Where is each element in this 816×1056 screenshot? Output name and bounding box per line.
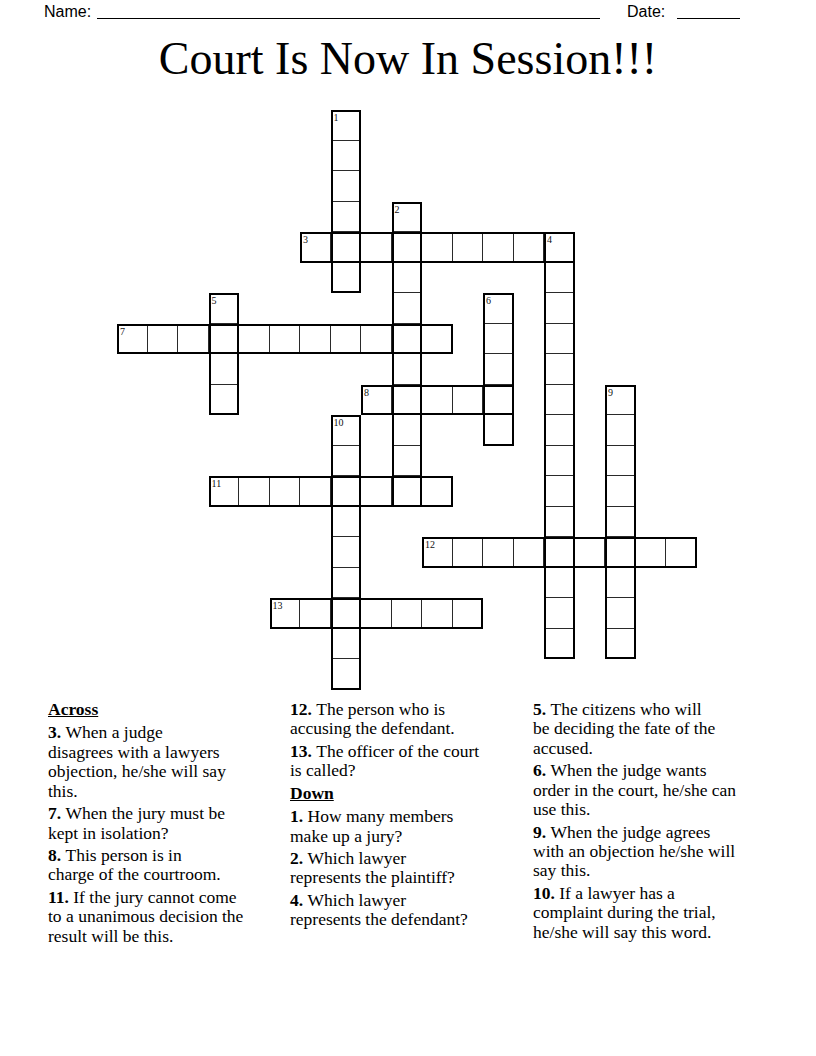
entry-13-across [270, 598, 484, 629]
cell-r12-c7[interactable] [331, 476, 362, 507]
entry-3-across [300, 232, 575, 263]
cell-r6-c12[interactable] [483, 293, 514, 324]
cell-r4-c7[interactable] [331, 232, 362, 263]
cell-r16-c7[interactable] [331, 598, 362, 629]
entry-5-down [209, 293, 240, 415]
cell-r12-c4[interactable] [239, 476, 270, 507]
cell-r16-c6[interactable] [300, 598, 331, 629]
cell-r16-c5[interactable] [270, 598, 301, 629]
cell-r11-c14[interactable] [544, 446, 575, 477]
clue-4: 4. Which lawyer represents the defendant… [290, 891, 532, 930]
clue-1: 1. How many members make up a jury? [290, 807, 532, 846]
clue-10-text: If a lawyer has a complaint during the t… [533, 883, 716, 942]
clue-5: 5. The citizens who will be deciding the… [533, 700, 777, 758]
cell-r12-c10[interactable] [422, 476, 453, 507]
clue-6: 6. When the judge wants order in the cou… [533, 761, 777, 819]
cell-r16-c11[interactable] [453, 598, 484, 629]
clue-6-text: When the judge wants order in the court,… [533, 760, 736, 819]
entry-11-across [209, 476, 453, 507]
clue-13-number: 13. [290, 741, 316, 761]
cell-r17-c16[interactable] [605, 629, 636, 660]
clue-11-number: 11. [48, 887, 73, 907]
cell-r8-c12[interactable] [483, 354, 514, 385]
cell-r9-c11[interactable] [453, 385, 484, 416]
cell-r16-c8[interactable] [361, 598, 392, 629]
cell-r9-c16[interactable] [605, 385, 636, 416]
cell-r12-c6[interactable] [300, 476, 331, 507]
cell-r7-c3[interactable] [209, 324, 240, 355]
clue-11-text: If the jury cannot come to a unanimous d… [48, 887, 243, 946]
cell-r14-c11[interactable] [453, 537, 484, 568]
cell-r9-c8[interactable] [361, 385, 392, 416]
clue-1-text: How many members make up a jury? [290, 806, 453, 845]
cell-r9-c3[interactable] [209, 385, 240, 416]
cell-r7-c4[interactable] [239, 324, 270, 355]
clue-10-number: 10. [533, 883, 559, 903]
cell-r10-c16[interactable] [605, 415, 636, 446]
cell-r4-c13[interactable] [514, 232, 545, 263]
cell-r10-c12[interactable] [483, 415, 514, 446]
cell-r7-c9[interactable] [392, 324, 423, 355]
cell-r4-c11[interactable] [453, 232, 484, 263]
clue-3-text: When a judge disagrees with a lawyers ob… [48, 722, 226, 800]
cell-r4-c9[interactable] [392, 232, 423, 263]
cell-r11-c9[interactable] [392, 446, 423, 477]
cell-r14-c14[interactable] [544, 537, 575, 568]
cell-r12-c8[interactable] [361, 476, 392, 507]
cell-r14-c13[interactable] [514, 537, 545, 568]
cell-r6-c14[interactable] [544, 293, 575, 324]
cell-r16-c10[interactable] [422, 598, 453, 629]
cell-r7-c12[interactable] [483, 324, 514, 355]
entry-7-across [117, 324, 453, 355]
cell-r5-c9[interactable] [392, 263, 423, 294]
clue-6-number: 6. [533, 760, 551, 780]
cell-r3-c9[interactable] [392, 202, 423, 233]
clue-12-number: 12. [290, 699, 316, 719]
clue-7: 7. When the jury must be kept in isolati… [48, 804, 286, 843]
entry-10-down [331, 415, 362, 690]
cell-r13-c16[interactable] [605, 507, 636, 538]
clue-12: 12. The person who is accusing the defen… [290, 700, 532, 739]
cell-r9-c10[interactable] [422, 385, 453, 416]
cell-r11-c16[interactable] [605, 446, 636, 477]
clues-header-across: Across [48, 700, 286, 719]
cell-r7-c1[interactable] [148, 324, 179, 355]
clue-10: 10. If a lawyer has a complaint during t… [533, 884, 777, 942]
cell-r16-c14[interactable] [544, 598, 575, 629]
cell-r14-c18[interactable] [666, 537, 697, 568]
cell-r14-c12[interactable] [483, 537, 514, 568]
cell-r11-c7[interactable] [331, 446, 362, 477]
cell-r9-c14[interactable] [544, 385, 575, 416]
cell-r9-c12[interactable] [483, 385, 514, 416]
clue-8-number: 8. [48, 845, 66, 865]
clue-8-text: This person is in charge of the courtroo… [48, 845, 221, 884]
cell-r7-c14[interactable] [544, 324, 575, 355]
entry-9-down [605, 385, 636, 660]
cell-r9-c9[interactable] [392, 385, 423, 416]
clue-7-number: 7. [48, 803, 66, 823]
cell-r3-c7[interactable] [331, 202, 362, 233]
cell-r13-c7[interactable] [331, 507, 362, 538]
cell-r12-c9[interactable] [392, 476, 423, 507]
clue-3-number: 3. [48, 722, 66, 742]
cell-r10-c7[interactable] [331, 415, 362, 446]
clue-8: 8. This person is in charge of the court… [48, 846, 286, 885]
cell-r1-c7[interactable] [331, 141, 362, 172]
cell-r6-c9[interactable] [392, 293, 423, 324]
cell-r16-c16[interactable] [605, 598, 636, 629]
clue-13-text: The officer of the court is called? [290, 741, 479, 780]
cell-r5-c14[interactable] [544, 263, 575, 294]
cell-r17-c7[interactable] [331, 629, 362, 660]
crossword-board: 12345678910111213 [0, 0, 816, 700]
cell-r10-c14[interactable] [544, 415, 575, 446]
cell-r14-c17[interactable] [636, 537, 667, 568]
clues-column-2: 12. The person who is accusing the defen… [290, 700, 532, 933]
cell-r14-c16[interactable] [605, 537, 636, 568]
cell-r7-c5[interactable] [270, 324, 301, 355]
clue-2-number: 2. [290, 848, 308, 868]
cell-r12-c16[interactable] [605, 476, 636, 507]
cell-r14-c7[interactable] [331, 537, 362, 568]
clue-11: 11. If the jury cannot come to a unanimo… [48, 888, 286, 946]
entry-8-across [361, 385, 514, 416]
cell-r4-c6[interactable] [300, 232, 331, 263]
cell-r15-c7[interactable] [331, 568, 362, 599]
clue-9: 9. When the judge agrees with an objecti… [533, 823, 777, 881]
clue-4-number: 4. [290, 890, 308, 910]
cell-r6-c3[interactable] [209, 293, 240, 324]
clue-7-text: When the jury must be kept in isolation? [48, 803, 225, 842]
cell-r18-c7[interactable] [331, 659, 362, 690]
cell-r14-c15[interactable] [575, 537, 606, 568]
cell-r7-c0[interactable] [117, 324, 148, 355]
cell-r4-c10[interactable] [422, 232, 453, 263]
cell-r7-c10[interactable] [422, 324, 453, 355]
cell-r7-c7[interactable] [331, 324, 362, 355]
clue-13: 13. The officer of the court is called? [290, 742, 532, 781]
cell-r15-c14[interactable] [544, 568, 575, 599]
worksheet-page: Name: Date: Court Is Now In Session!!! 1… [0, 0, 816, 1056]
clue-5-number: 5. [533, 699, 551, 719]
clue-5-text: The citizens who will be deciding the fa… [533, 699, 715, 758]
clue-2-text: Which lawyer represents the plaintiff? [290, 848, 455, 887]
cell-r12-c14[interactable] [544, 476, 575, 507]
cell-r8-c9[interactable] [392, 354, 423, 385]
cell-r2-c7[interactable] [331, 171, 362, 202]
cell-r4-c8[interactable] [361, 232, 392, 263]
clue-4-text: Which lawyer represents the defendant? [290, 890, 468, 929]
cell-r8-c3[interactable] [209, 354, 240, 385]
cell-r12-c5[interactable] [270, 476, 301, 507]
cell-r8-c14[interactable] [544, 354, 575, 385]
entry-4-down [544, 232, 575, 659]
clues-column-1: Across3. When a judge disagrees with a l… [48, 700, 286, 949]
cell-r7-c6[interactable] [300, 324, 331, 355]
cell-r7-c2[interactable] [178, 324, 209, 355]
cell-r15-c16[interactable] [605, 568, 636, 599]
cell-r13-c14[interactable] [544, 507, 575, 538]
clues-column-3: 5. The citizens who will be deciding the… [533, 700, 777, 945]
clue-9-text: When the judge agrees with an objection … [533, 822, 735, 881]
cell-r0-c7[interactable] [331, 110, 362, 141]
cell-r10-c9[interactable] [392, 415, 423, 446]
cell-r16-c9[interactable] [392, 598, 423, 629]
entry-6-down [483, 293, 514, 446]
cell-r4-c14[interactable] [544, 232, 575, 263]
clue-2: 2. Which lawyer represents the plaintiff… [290, 849, 532, 888]
cell-r4-c12[interactable] [483, 232, 514, 263]
clue-1-number: 1. [290, 806, 308, 826]
entry-1-down [331, 110, 362, 293]
clue-3: 3. When a judge disagrees with a lawyers… [48, 723, 286, 801]
clues-header-down: Down [290, 784, 532, 803]
cell-r7-c8[interactable] [361, 324, 392, 355]
clue-9-number: 9. [533, 822, 551, 842]
cell-r17-c14[interactable] [544, 629, 575, 660]
cell-r5-c7[interactable] [331, 263, 362, 294]
entry-12-across [422, 537, 697, 568]
cell-r12-c3[interactable] [209, 476, 240, 507]
cell-r14-c10[interactable] [422, 537, 453, 568]
